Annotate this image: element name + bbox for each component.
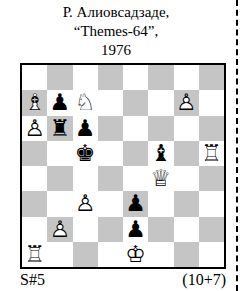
square-g1 <box>174 242 199 267</box>
square-c6: ♟ <box>73 116 98 141</box>
square-h7 <box>199 90 224 115</box>
square-c7: ♞♘ <box>73 90 98 115</box>
white-pawn: ♟♙ <box>47 217 72 242</box>
square-d6 <box>98 116 123 141</box>
square-f5: ♝ <box>148 141 173 166</box>
material-count-label: (10+7) <box>182 270 226 290</box>
square-d5 <box>98 141 123 166</box>
square-h2 <box>199 217 224 242</box>
square-f1 <box>148 242 173 267</box>
square-h8 <box>199 65 224 90</box>
square-c3: ♟♙ <box>73 191 98 216</box>
white-pawn: ♟♙ <box>22 116 47 141</box>
square-f7 <box>148 90 173 115</box>
caption-row: S#5 (10+7) <box>20 270 226 290</box>
stipulation-label: S#5 <box>20 270 45 290</box>
white-bishop: ♝♗ <box>22 90 47 115</box>
author-line: Р. Алиовсадзаде, <box>0 3 232 22</box>
square-c1 <box>73 242 98 267</box>
title-block: Р. Алиовсадзаде, “Themes-64”, 1976 <box>0 3 232 60</box>
square-d3 <box>98 191 123 216</box>
square-f4: ♛♕ <box>148 166 173 191</box>
square-d1 <box>98 242 123 267</box>
square-a4 <box>22 166 47 191</box>
square-e6 <box>123 116 148 141</box>
square-g7: ♟♙ <box>174 90 199 115</box>
white-pawn: ♟♙ <box>174 90 199 115</box>
square-a5 <box>22 141 47 166</box>
square-b3 <box>47 191 72 216</box>
square-b4 <box>47 166 72 191</box>
square-h1 <box>199 242 224 267</box>
black-pawn: ♟ <box>123 191 148 216</box>
black-rook: ♜ <box>47 116 72 141</box>
black-pawn: ♟ <box>73 116 98 141</box>
square-b1 <box>47 242 72 267</box>
square-g3 <box>174 191 199 216</box>
square-c2 <box>73 217 98 242</box>
square-e8 <box>123 65 148 90</box>
white-queen: ♛♕ <box>148 166 173 191</box>
square-g5 <box>174 141 199 166</box>
square-h6 <box>199 116 224 141</box>
square-c5: ♚ <box>73 141 98 166</box>
black-pawn: ♟ <box>123 217 148 242</box>
square-a6: ♟♙ <box>22 116 47 141</box>
white-rook: ♜♖ <box>199 141 224 166</box>
square-d2 <box>98 217 123 242</box>
square-g2 <box>174 217 199 242</box>
square-f6 <box>148 116 173 141</box>
square-b7: ♟ <box>47 90 72 115</box>
dashed-border <box>236 0 238 291</box>
square-a8 <box>22 65 47 90</box>
square-g4 <box>174 166 199 191</box>
chessboard: ♝♗♟♞♘♟♙♟♙♜♟♚♝♜♖♛♕♟♙♟♟♙♟♜♖♚♔ <box>20 63 226 269</box>
white-pawn: ♟♙ <box>73 191 98 216</box>
publication-line: “Themes-64”, <box>0 22 232 41</box>
square-d8 <box>98 65 123 90</box>
black-bishop: ♝ <box>148 141 173 166</box>
white-knight: ♞♘ <box>73 90 98 115</box>
square-h5: ♜♖ <box>199 141 224 166</box>
square-e7 <box>123 90 148 115</box>
square-f8 <box>148 65 173 90</box>
square-b6: ♜ <box>47 116 72 141</box>
square-g8 <box>174 65 199 90</box>
square-e2: ♟ <box>123 217 148 242</box>
square-h4 <box>199 166 224 191</box>
square-g6 <box>174 116 199 141</box>
white-king: ♚♔ <box>123 242 148 267</box>
page: { "game": "chess", "header": { "author":… <box>0 0 240 291</box>
square-c4 <box>73 166 98 191</box>
square-e3: ♟ <box>123 191 148 216</box>
square-e4 <box>123 166 148 191</box>
square-e1: ♚♔ <box>123 242 148 267</box>
square-a3 <box>22 191 47 216</box>
square-f3 <box>148 191 173 216</box>
square-f2 <box>148 217 173 242</box>
black-king: ♚ <box>73 141 98 166</box>
square-c8 <box>73 65 98 90</box>
square-b2: ♟♙ <box>47 217 72 242</box>
white-rook: ♜♖ <box>22 242 47 267</box>
square-b8 <box>47 65 72 90</box>
square-e5 <box>123 141 148 166</box>
year-line: 1976 <box>0 41 232 60</box>
square-a2 <box>22 217 47 242</box>
square-a7: ♝♗ <box>22 90 47 115</box>
square-d4 <box>98 166 123 191</box>
square-a1: ♜♖ <box>22 242 47 267</box>
square-b5 <box>47 141 72 166</box>
black-pawn: ♟ <box>47 90 72 115</box>
square-h3 <box>199 191 224 216</box>
square-d7 <box>98 90 123 115</box>
